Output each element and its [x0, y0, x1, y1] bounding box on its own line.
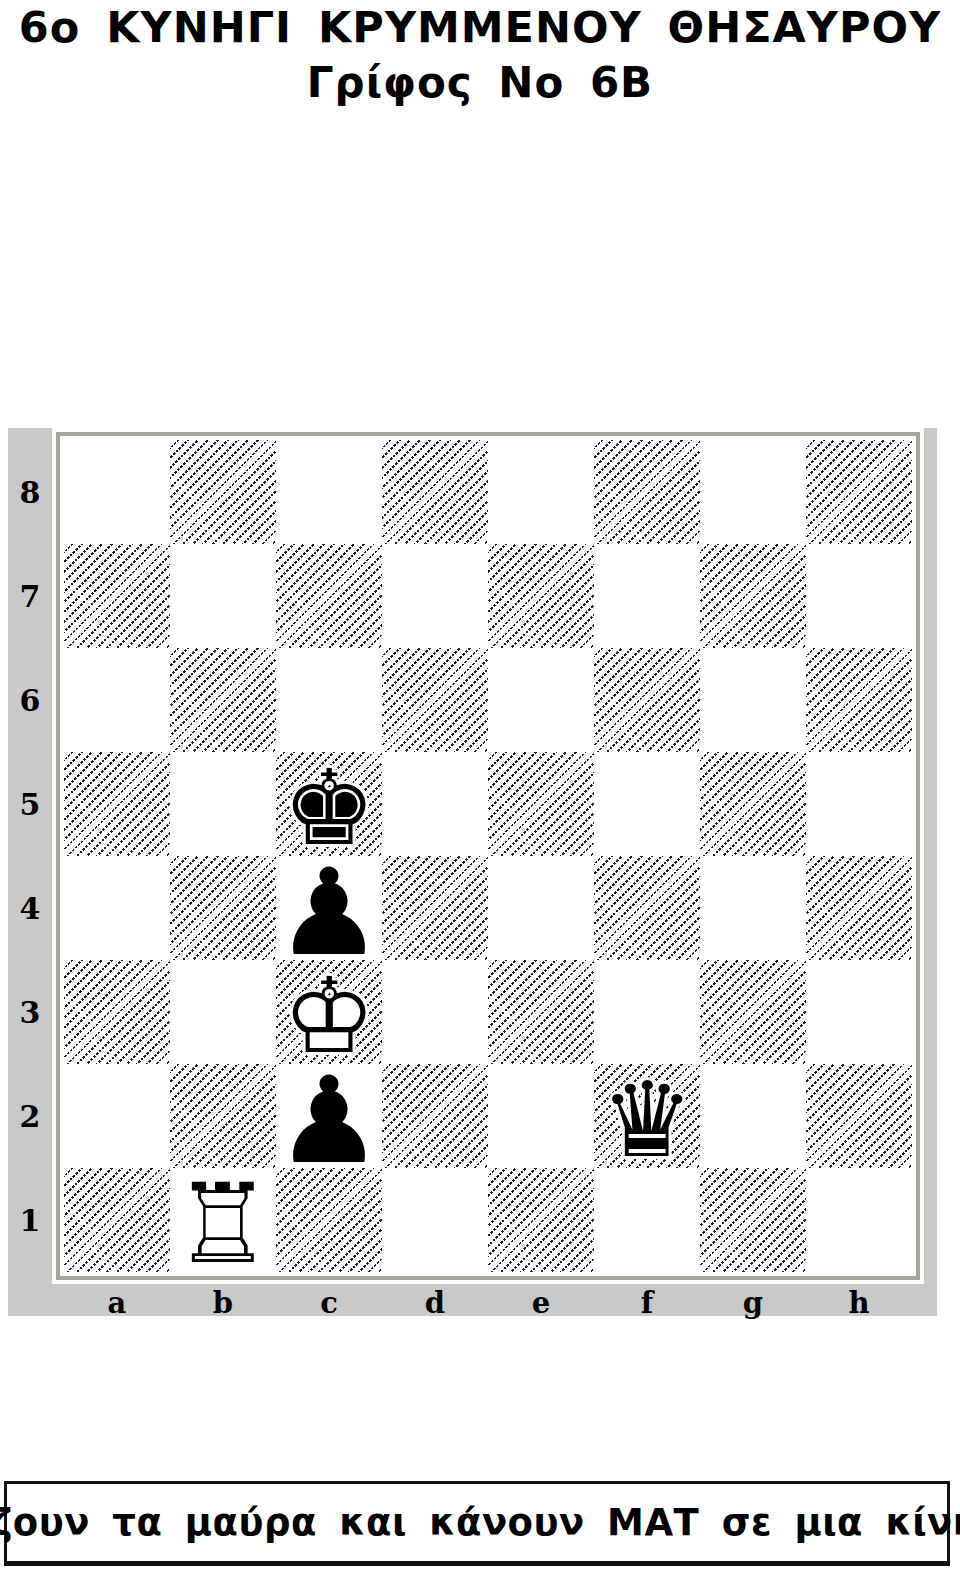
square-g2 [700, 1064, 806, 1168]
square-d5 [382, 752, 488, 856]
square-a2 [64, 1064, 170, 1168]
rank-label-2: 2 [8, 1064, 52, 1168]
square-b8 [170, 440, 276, 544]
square-h5 [806, 752, 912, 856]
square-a8 [64, 440, 170, 544]
square-c1 [276, 1168, 382, 1272]
square-c7 [276, 544, 382, 648]
square-a5 [64, 752, 170, 856]
square-e7 [488, 544, 594, 648]
square-c8 [276, 440, 382, 544]
white-rook-b1: ♜♖ [170, 1168, 276, 1272]
square-h3 [806, 960, 912, 1064]
square-a4 [64, 856, 170, 960]
square-h1 [806, 1168, 912, 1272]
square-c5: ♚ [276, 752, 382, 856]
square-b1: ♜♖ [170, 1168, 276, 1272]
black-queen-f2: ♛ [594, 1064, 700, 1168]
square-e2 [488, 1064, 594, 1168]
file-label-c: c [276, 1286, 382, 1320]
square-g1 [700, 1168, 806, 1272]
rank-label-1: 1 [8, 1168, 52, 1272]
square-d7 [382, 544, 488, 648]
square-a1 [64, 1168, 170, 1272]
rank-label-3: 3 [8, 960, 52, 1064]
black-king-c5: ♚ [276, 752, 382, 856]
page-title: 6ο ΚΥΝΗΓΙ ΚΡΥΜΜΕΝΟΥ ΘΗΣΑΥΡΟΥ [0, 2, 960, 52]
square-f8 [594, 440, 700, 544]
square-g7 [700, 544, 806, 648]
board-outer-frame: ♚♟♚♔♟♛♜♖ [52, 428, 924, 1284]
square-e1 [488, 1168, 594, 1272]
black-pawn-c2: ♟ [276, 1064, 382, 1168]
square-g6 [700, 648, 806, 752]
square-f1 [594, 1168, 700, 1272]
square-g8 [700, 440, 806, 544]
square-f7 [594, 544, 700, 648]
rank-labels: 87654321 [8, 440, 52, 1272]
square-b5 [170, 752, 276, 856]
square-f3 [594, 960, 700, 1064]
square-d6 [382, 648, 488, 752]
file-label-e: e [488, 1286, 594, 1320]
black-pawn-c4: ♟ [276, 856, 382, 960]
square-a3 [64, 960, 170, 1064]
file-label-f: f [594, 1286, 700, 1320]
board-panel: 87654321 ♚♟♚♔♟♛♜♖ abcdefgh [8, 428, 937, 1316]
square-h6 [806, 648, 912, 752]
square-c3: ♚♔ [276, 960, 382, 1064]
square-g4 [700, 856, 806, 960]
board: ♚♟♚♔♟♛♜♖ [64, 440, 912, 1272]
file-label-g: g [700, 1286, 806, 1320]
square-e5 [488, 752, 594, 856]
square-a7 [64, 544, 170, 648]
file-labels: abcdefgh [64, 1286, 912, 1316]
square-d3 [382, 960, 488, 1064]
file-label-b: b [170, 1286, 276, 1320]
square-f5 [594, 752, 700, 856]
rank-label-6: 6 [8, 648, 52, 752]
square-g5 [700, 752, 806, 856]
square-c6 [276, 648, 382, 752]
square-e4 [488, 856, 594, 960]
square-h8 [806, 440, 912, 544]
square-c4: ♟ [276, 856, 382, 960]
file-label-a: a [64, 1286, 170, 1320]
white-king-c3: ♚♔ [276, 960, 382, 1064]
square-b2 [170, 1064, 276, 1168]
square-d1 [382, 1168, 488, 1272]
square-e3 [488, 960, 594, 1064]
square-f4 [594, 856, 700, 960]
square-f6 [594, 648, 700, 752]
square-b4 [170, 856, 276, 960]
rank-label-4: 4 [8, 856, 52, 960]
square-b6 [170, 648, 276, 752]
page-subtitle: Γρίφος Νο 6Β [0, 58, 960, 107]
square-g3 [700, 960, 806, 1064]
square-b7 [170, 544, 276, 648]
board-frame: ♚♟♚♔♟♛♜♖ [56, 432, 920, 1280]
square-b3 [170, 960, 276, 1064]
square-c2: ♟ [276, 1064, 382, 1168]
caption-text: Παίζουν τα μαύρα και κάνουν ΜΑΤ σε μια κ… [0, 1501, 960, 1544]
square-e8 [488, 440, 594, 544]
square-d4 [382, 856, 488, 960]
square-f2: ♛ [594, 1064, 700, 1168]
square-h7 [806, 544, 912, 648]
square-h2 [806, 1064, 912, 1168]
rank-label-7: 7 [8, 544, 52, 648]
rank-label-5: 5 [8, 752, 52, 856]
square-h4 [806, 856, 912, 960]
caption-box: Παίζουν τα μαύρα και κάνουν ΜΑΤ σε μια κ… [4, 1481, 950, 1566]
file-label-d: d [382, 1286, 488, 1320]
square-a6 [64, 648, 170, 752]
square-d2 [382, 1064, 488, 1168]
file-label-h: h [806, 1286, 912, 1320]
rank-label-8: 8 [8, 440, 52, 544]
square-e6 [488, 648, 594, 752]
square-d8 [382, 440, 488, 544]
